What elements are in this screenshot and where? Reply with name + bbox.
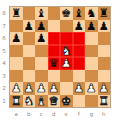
square-e6[interactable]: [60, 32, 73, 45]
square-f1[interactable]: [73, 95, 86, 108]
square-a6[interactable]: ♟: [10, 32, 23, 45]
square-h2[interactable]: ♟: [98, 82, 111, 95]
square-b2[interactable]: ♟: [23, 82, 36, 95]
square-b6[interactable]: [23, 32, 36, 45]
file-label-g: g: [85, 109, 98, 119]
white-knight-piece: ♞: [24, 94, 34, 107]
square-g5[interactable]: [85, 45, 98, 58]
white-pawn-piece: ♟: [36, 82, 46, 95]
white-pawn-piece: ♟: [61, 57, 71, 70]
square-e5[interactable]: ♞: [60, 45, 73, 58]
square-a7[interactable]: [10, 20, 23, 33]
file-label-c: c: [35, 109, 48, 119]
square-c7[interactable]: ♟: [35, 20, 48, 33]
square-b3[interactable]: [23, 70, 36, 83]
square-b5[interactable]: [23, 45, 36, 58]
square-c5[interactable]: [35, 45, 48, 58]
square-f3[interactable]: [73, 70, 86, 83]
square-d1[interactable]: ♛: [48, 95, 61, 108]
white-rook-piece: ♜: [11, 94, 21, 107]
black-knight-piece: ♞: [86, 7, 96, 20]
white-pawn-piece: ♟: [49, 82, 59, 95]
black-pawn-piece: ♟: [36, 32, 46, 45]
square-g6[interactable]: [85, 32, 98, 45]
square-g7[interactable]: ♟: [85, 20, 98, 33]
square-h8[interactable]: ♜: [98, 7, 111, 20]
square-h1[interactable]: ♜: [98, 95, 111, 108]
square-a3[interactable]: [10, 70, 23, 83]
square-a1[interactable]: ♜: [10, 95, 23, 108]
square-a5[interactable]: [10, 45, 23, 58]
file-label-f: f: [73, 109, 86, 119]
square-e4[interactable]: ♟: [60, 57, 73, 70]
square-f7[interactable]: ♟: [73, 20, 86, 33]
square-c4[interactable]: [35, 57, 48, 70]
square-c3[interactable]: [35, 70, 48, 83]
rank-label-5: 5: [0, 45, 8, 58]
file-label-a: a: [10, 109, 23, 119]
rank-label-4: 4: [0, 57, 8, 70]
square-a4[interactable]: [10, 57, 23, 70]
white-knight-piece: ♞: [61, 44, 71, 57]
black-bishop-piece: ♝: [74, 7, 84, 20]
white-queen-piece: ♛: [49, 94, 59, 107]
square-b8[interactable]: [23, 7, 36, 20]
square-a8[interactable]: ♜: [10, 7, 23, 20]
square-d7[interactable]: [48, 20, 61, 33]
black-pawn-piece: ♟: [11, 32, 21, 45]
square-f6[interactable]: [73, 32, 86, 45]
square-f5[interactable]: [73, 45, 86, 58]
black-king-piece: ♚: [61, 7, 71, 20]
black-bishop-piece: ♝: [36, 7, 46, 20]
square-b1[interactable]: ♞: [23, 95, 36, 108]
file-label-d: d: [48, 109, 61, 119]
rank-label-1: 1: [0, 95, 8, 108]
square-g2[interactable]: ♟: [85, 82, 98, 95]
square-d3[interactable]: [48, 70, 61, 83]
square-h3[interactable]: [98, 70, 111, 83]
square-g1[interactable]: [85, 95, 98, 108]
black-rook-piece: ♜: [11, 7, 21, 20]
square-c2[interactable]: ♟: [35, 82, 48, 95]
chess-diagram: 87654321 ♜♝♚♝♞♜♟♟♟♟♟♟♟♞♛♟♟♟♟♟♟♟♟♜♞♝♛♚♜ a…: [0, 0, 120, 120]
square-g8[interactable]: ♞: [85, 7, 98, 20]
black-pawn-piece: ♟: [74, 19, 84, 32]
square-d6[interactable]: [48, 32, 61, 45]
square-d2[interactable]: ♟: [48, 82, 61, 95]
white-pawn-piece: ♟: [86, 82, 96, 95]
square-h7[interactable]: ♟: [98, 20, 111, 33]
square-b4[interactable]: [23, 57, 36, 70]
rank-label-2: 2: [0, 82, 8, 95]
square-e3[interactable]: [60, 70, 73, 83]
rank-label-7: 7: [0, 20, 8, 33]
file-label-b: b: [23, 109, 36, 119]
white-pawn-piece: ♟: [99, 82, 109, 95]
square-a2[interactable]: ♟: [10, 82, 23, 95]
square-f8[interactable]: ♝: [73, 7, 86, 20]
square-d5[interactable]: [48, 45, 61, 58]
square-g3[interactable]: [85, 70, 98, 83]
white-pawn-piece: ♟: [74, 82, 84, 95]
file-label-e: e: [60, 109, 73, 119]
chess-board: ♜♝♚♝♞♜♟♟♟♟♟♟♟♞♛♟♟♟♟♟♟♟♟♜♞♝♛♚♜: [9, 6, 111, 108]
black-pawn-piece: ♟: [36, 19, 46, 32]
square-h5[interactable]: [98, 45, 111, 58]
square-e7[interactable]: [60, 20, 73, 33]
square-e8[interactable]: ♚: [60, 7, 73, 20]
white-pawn-piece: ♟: [24, 82, 34, 95]
square-g4[interactable]: [85, 57, 98, 70]
black-queen-piece: ♛: [49, 57, 59, 70]
rank-label-3: 3: [0, 70, 8, 83]
file-label-h: h: [98, 109, 111, 119]
square-b7[interactable]: ♟: [23, 20, 36, 33]
white-bishop-piece: ♝: [36, 94, 46, 107]
square-e2[interactable]: [60, 82, 73, 95]
square-c1[interactable]: ♝: [35, 95, 48, 108]
white-pawn-piece: ♟: [11, 82, 21, 95]
rank-label-8: 8: [0, 7, 8, 20]
square-h4[interactable]: [98, 57, 111, 70]
rank-labels: 87654321: [0, 7, 8, 107]
square-d4[interactable]: ♛: [48, 57, 61, 70]
rank-label-6: 6: [0, 32, 8, 45]
black-pawn-piece: ♟: [24, 19, 34, 32]
black-pawn-piece: ♟: [99, 19, 109, 32]
white-rook-piece: ♜: [99, 94, 109, 107]
square-f4[interactable]: [73, 57, 86, 70]
square-f2[interactable]: ♟: [73, 82, 86, 95]
black-pawn-piece: ♟: [86, 19, 96, 32]
square-e1[interactable]: ♚: [60, 95, 73, 108]
black-rook-piece: ♜: [99, 7, 109, 20]
square-d8[interactable]: [48, 7, 61, 20]
square-h6[interactable]: [98, 32, 111, 45]
white-king-piece: ♚: [61, 94, 71, 107]
square-c6[interactable]: ♟: [35, 32, 48, 45]
file-labels: abcdefgh: [10, 109, 110, 119]
square-c8[interactable]: ♝: [35, 7, 48, 20]
